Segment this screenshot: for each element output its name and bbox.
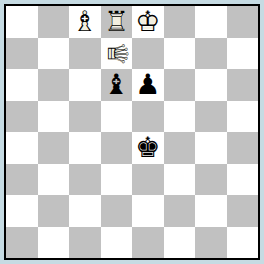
- square-d3[interactable]: [101, 164, 133, 196]
- square-b8[interactable]: [38, 6, 70, 38]
- square-e4[interactable]: ♚: [132, 132, 164, 164]
- square-d2[interactable]: [101, 195, 133, 227]
- square-a2[interactable]: [6, 195, 38, 227]
- square-g2[interactable]: [195, 195, 227, 227]
- piece-outline-glyph: ♚: [132, 132, 164, 164]
- square-a6[interactable]: [6, 69, 38, 101]
- square-e1[interactable]: [132, 227, 164, 259]
- square-f8[interactable]: [164, 6, 196, 38]
- white-rook-d8: ♜♖: [101, 6, 133, 38]
- square-f3[interactable]: [164, 164, 196, 196]
- square-g4[interactable]: [195, 132, 227, 164]
- board-frame: ♝♗♜♖♚♔♛♕♝♟♚: [0, 0, 264, 264]
- square-c6[interactable]: [69, 69, 101, 101]
- square-f7[interactable]: [164, 38, 196, 70]
- square-b7[interactable]: [38, 38, 70, 70]
- square-d1[interactable]: [101, 227, 133, 259]
- square-b6[interactable]: [38, 69, 70, 101]
- square-h8[interactable]: [227, 6, 259, 38]
- square-f4[interactable]: [164, 132, 196, 164]
- square-h1[interactable]: [227, 227, 259, 259]
- square-e3[interactable]: [132, 164, 164, 196]
- square-h4[interactable]: [227, 132, 259, 164]
- square-e5[interactable]: [132, 101, 164, 133]
- square-a1[interactable]: [6, 227, 38, 259]
- square-g3[interactable]: [195, 164, 227, 196]
- black-king-e4: ♚: [132, 132, 164, 164]
- piece-outline-glyph: ♖: [101, 6, 133, 38]
- square-f2[interactable]: [164, 195, 196, 227]
- piece-outline-glyph: ♝: [101, 69, 133, 101]
- square-d5[interactable]: [101, 101, 133, 133]
- black-pawn-e6: ♟: [132, 69, 164, 101]
- square-b5[interactable]: [38, 101, 70, 133]
- square-h3[interactable]: [227, 164, 259, 196]
- square-a5[interactable]: [6, 101, 38, 133]
- white-queen-rotated-d7: ♛♕: [101, 38, 133, 70]
- square-f6[interactable]: [164, 69, 196, 101]
- square-e2[interactable]: [132, 195, 164, 227]
- square-d6[interactable]: ♝: [101, 69, 133, 101]
- piece-outline-glyph: ♟: [132, 69, 164, 101]
- square-c1[interactable]: [69, 227, 101, 259]
- square-e6[interactable]: ♟: [132, 69, 164, 101]
- square-d7[interactable]: ♛♕: [101, 38, 133, 70]
- square-a7[interactable]: [6, 38, 38, 70]
- square-h7[interactable]: [227, 38, 259, 70]
- square-a3[interactable]: [6, 164, 38, 196]
- square-c4[interactable]: [69, 132, 101, 164]
- chess-board: ♝♗♜♖♚♔♛♕♝♟♚: [4, 4, 260, 260]
- white-king-e8: ♚♔: [132, 6, 164, 38]
- square-f1[interactable]: [164, 227, 196, 259]
- square-e7[interactable]: [132, 38, 164, 70]
- square-h2[interactable]: [227, 195, 259, 227]
- piece-outline-glyph: ♗: [69, 6, 101, 38]
- piece-outline-glyph: ♔: [132, 6, 164, 38]
- square-c2[interactable]: [69, 195, 101, 227]
- square-h6[interactable]: [227, 69, 259, 101]
- square-b4[interactable]: [38, 132, 70, 164]
- square-d4[interactable]: [101, 132, 133, 164]
- piece-outline-glyph: ♕: [101, 38, 133, 70]
- square-f5[interactable]: [164, 101, 196, 133]
- square-g5[interactable]: [195, 101, 227, 133]
- square-c8[interactable]: ♝♗: [69, 6, 101, 38]
- square-e8[interactable]: ♚♔: [132, 6, 164, 38]
- square-g8[interactable]: [195, 6, 227, 38]
- square-c3[interactable]: [69, 164, 101, 196]
- square-g1[interactable]: [195, 227, 227, 259]
- square-h5[interactable]: [227, 101, 259, 133]
- square-g7[interactable]: [195, 38, 227, 70]
- square-c7[interactable]: [69, 38, 101, 70]
- square-g6[interactable]: [195, 69, 227, 101]
- white-bishop-c8: ♝♗: [69, 6, 101, 38]
- square-a8[interactable]: [6, 6, 38, 38]
- square-d8[interactable]: ♜♖: [101, 6, 133, 38]
- square-b1[interactable]: [38, 227, 70, 259]
- square-b3[interactable]: [38, 164, 70, 196]
- square-b2[interactable]: [38, 195, 70, 227]
- square-c5[interactable]: [69, 101, 101, 133]
- black-bishop-d6: ♝: [101, 69, 133, 101]
- square-a4[interactable]: [6, 132, 38, 164]
